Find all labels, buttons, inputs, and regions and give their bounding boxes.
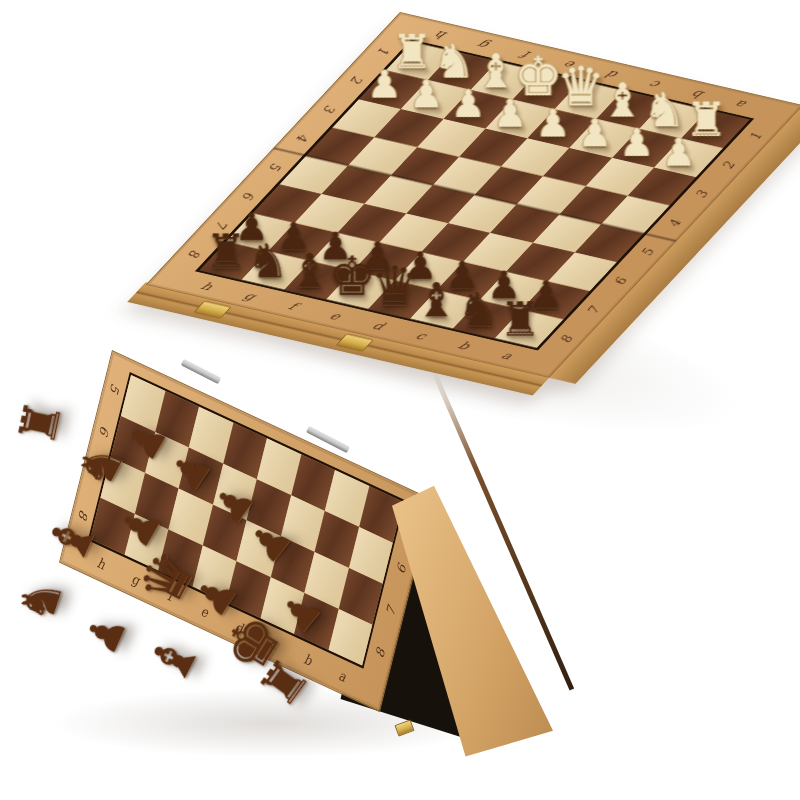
piece-dark-bishop-f8: ♝ [289,247,331,294]
piece-white-pawn-d2: ♟ [536,104,570,142]
attached-piece-pawn: ♟ [78,607,134,661]
folded-board-face: 5678 5678 hgfedcba [59,350,433,712]
piece-white-pawn-a2: ♟ [662,133,696,171]
piece-dark-knight-b8: ♞ [457,286,499,333]
hinge-icon [181,359,222,384]
attached-piece-bishop: ♝ [139,625,209,693]
piece-white-pawn-g2: ♟ [409,75,443,113]
attached-piece-knight: ♞ [10,571,71,629]
piece-dark-queen-d8: ♛ [370,260,418,314]
piece-white-pawn-b2: ♟ [620,124,654,162]
piece-dark-knight-g8: ♞ [247,237,289,284]
piece-dark-bishop-c8: ♝ [415,276,457,323]
piece-dark-rook-a8: ♜ [499,296,541,343]
piece-dark-king-e8: ♚ [328,250,376,304]
coord-label-7: 7 [371,591,412,631]
piece-white-pawn-f2: ♟ [452,85,486,123]
scene: ♜♞♝♚♛♝♞♜♟♟♟♟♟♟♟♟♟♟♟♟♟♟♟♟♜♞♝♚♛♝♞♜ hgfedcb… [0,0,800,800]
attached-piece-rook: ♜ [11,396,69,450]
piece-white-pawn-c2: ♟ [578,114,612,152]
gold-latch-icon [394,719,414,736]
piece-white-pawn-e2: ♟ [494,94,528,132]
coord-label-8: 8 [360,633,401,673]
